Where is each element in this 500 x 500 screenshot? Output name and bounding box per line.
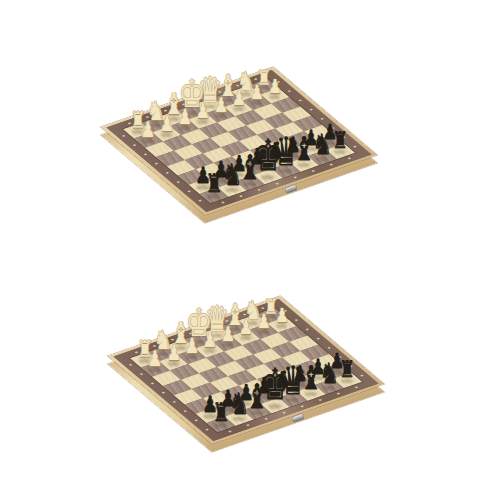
piece-white-pawn-b2: ♟: [250, 83, 264, 103]
piece-black-knight-g8: ♞: [221, 160, 242, 190]
piece-white-pawn-e2: ♟: [203, 331, 217, 351]
piece-black-rook-a8: ♜: [339, 358, 355, 382]
piece-white-pawn-h2: ♟: [141, 120, 156, 141]
piece-black-knight-g8: ♞: [228, 389, 249, 419]
piece-white-pawn-a2: ♟: [268, 77, 282, 97]
piece-black-rook-h8: ♜: [212, 400, 230, 425]
piece-black-rook-a8: ♜: [332, 129, 348, 153]
piece-white-pawn-d2: ♟: [221, 325, 235, 345]
piece-white-pawn-e2: ♟: [196, 102, 210, 122]
piece-white-pawn-c2: ♟: [232, 89, 246, 109]
piece-white-pawn-g2: ♟: [166, 343, 181, 364]
piece-white-pawn-a2: ♟: [275, 306, 289, 326]
piece-white-pawn-c2: ♟: [239, 318, 253, 338]
piece-white-pawn-d2: ♟: [214, 96, 228, 116]
piece-white-pawn-b2: ♟: [257, 312, 271, 332]
product-photo-canvas: ♜♞♝♚♛♝♞♜♟♟♟♟♟♟♟♟♟♟♟♟♟♟♟♟♜♞♝♚♛♝♞♜ ♜♞♝♚♛♝♞…: [0, 0, 500, 500]
piece-white-pawn-f2: ♟: [177, 108, 191, 129]
piece-black-rook-h8: ♜: [205, 171, 223, 196]
piece-white-pawn-h2: ♟: [148, 349, 163, 370]
piece-white-pawn-f2: ♟: [184, 337, 198, 358]
piece-white-pawn-g2: ♟: [159, 114, 174, 135]
